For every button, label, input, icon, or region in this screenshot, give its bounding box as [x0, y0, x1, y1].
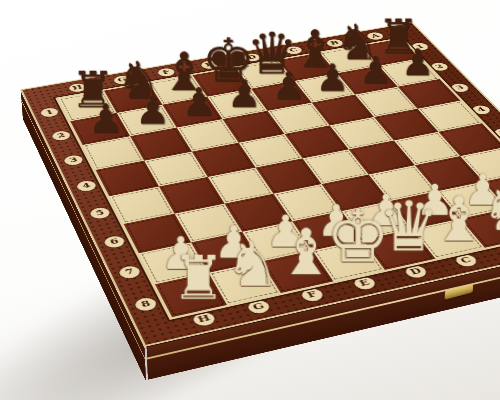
coordinate-circle: D: [403, 264, 430, 279]
coordinate-circle: 6: [102, 235, 126, 249]
coordinate-circle: 2: [50, 130, 71, 142]
coordinate-circle: F: [299, 287, 326, 303]
dark-pawn-e2: ♟: [227, 74, 261, 112]
dark-pawn-h2: ♟: [88, 99, 123, 138]
piece-cell: [303, 149, 369, 184]
light-bishop-f8: ♝: [278, 221, 335, 284]
light-rook-h8: ♜: [172, 248, 226, 308]
light-king-e8: ♚: [326, 201, 390, 273]
dark-pawn-f2: ♟: [182, 82, 217, 121]
photo-backdrop: 12345678 12345678 HGFEDCBA HGFEDCBA ♜♞♝♚…: [0, 0, 500, 400]
dark-pawn-b2: ♟: [359, 51, 392, 88]
coordinate-circle: 1: [39, 107, 60, 118]
dark-pawn-a2: ♟: [401, 44, 434, 81]
coordinate-circle: 7: [117, 265, 142, 280]
coordinate-circle: H: [191, 311, 218, 328]
dark-pawn-g2: ♟: [135, 91, 170, 130]
coordinate-circle: G: [245, 299, 272, 315]
piece-cell: [285, 125, 349, 158]
coordinate-circle: 4: [75, 180, 98, 193]
dark-pawn-c2: ♟: [316, 59, 350, 97]
coordinate-circle: 3: [62, 154, 84, 166]
dark-pawn-d2: ♟: [272, 67, 306, 105]
coordinate-circle: 8: [133, 296, 159, 312]
brass-clasp: [445, 283, 473, 299]
coordinate-circle: E: [351, 275, 378, 291]
coordinate-circle: C: [453, 253, 480, 268]
coordinate-circle: 5: [88, 206, 111, 220]
light-knight-g8: ♞: [225, 234, 280, 296]
